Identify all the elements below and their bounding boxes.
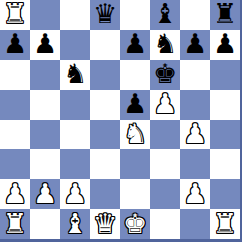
white-knight-piece[interactable]: ♞ (123, 120, 147, 147)
square-d3[interactable] (90, 149, 120, 179)
square-b1[interactable] (30, 209, 60, 239)
black-pawn-piece[interactable]: ♟ (213, 30, 237, 57)
square-e4[interactable]: ♞ (120, 120, 150, 150)
square-e6[interactable] (120, 60, 150, 90)
square-a6[interactable] (0, 60, 30, 90)
square-f2[interactable] (150, 179, 180, 209)
square-d4[interactable] (90, 120, 120, 150)
square-e3[interactable] (120, 149, 150, 179)
white-rook-piece[interactable]: ♜ (3, 210, 27, 237)
square-g2[interactable]: ♟ (180, 179, 210, 209)
black-king-piece[interactable]: ♚ (153, 60, 177, 87)
black-knight-piece[interactable]: ♞ (153, 30, 177, 57)
white-pawn-piece[interactable]: ♟ (153, 90, 177, 117)
square-b2[interactable]: ♟ (30, 179, 60, 209)
white-pawn-piece[interactable]: ♟ (63, 180, 87, 207)
square-c1[interactable]: ♝ (60, 209, 90, 239)
square-g8[interactable] (180, 0, 210, 30)
black-rook-piece[interactable]: ♜ (213, 0, 237, 27)
square-g3[interactable] (180, 149, 210, 179)
white-bishop-piece[interactable]: ♝ (63, 210, 87, 237)
square-h1[interactable]: ♜ (210, 209, 240, 239)
square-a8[interactable]: ♜ (0, 0, 30, 30)
square-f3[interactable] (150, 149, 180, 179)
square-a5[interactable] (0, 90, 30, 120)
square-f5[interactable]: ♟ (150, 90, 180, 120)
square-c6[interactable]: ♞ (60, 60, 90, 90)
square-b8[interactable] (30, 0, 60, 30)
square-g7[interactable]: ♟ (180, 30, 210, 60)
square-g1[interactable] (180, 209, 210, 239)
white-rook-piece[interactable]: ♜ (213, 210, 237, 237)
square-a1[interactable]: ♜ (0, 209, 30, 239)
square-h3[interactable] (210, 149, 240, 179)
white-queen-piece[interactable]: ♛ (93, 210, 117, 237)
square-e1[interactable]: ♚ (120, 209, 150, 239)
square-f7[interactable]: ♞ (150, 30, 180, 60)
black-pawn-piece[interactable]: ♟ (183, 30, 207, 57)
square-f1[interactable] (150, 209, 180, 239)
square-b7[interactable]: ♟ (30, 30, 60, 60)
white-king-piece[interactable]: ♚ (123, 210, 147, 237)
square-b6[interactable] (30, 60, 60, 90)
square-e7[interactable]: ♟ (120, 30, 150, 60)
black-pawn-piece[interactable]: ♟ (3, 30, 27, 57)
black-pawn-piece[interactable]: ♟ (123, 30, 147, 57)
square-b4[interactable] (30, 120, 60, 150)
square-a4[interactable] (0, 120, 30, 150)
white-pawn-piece[interactable]: ♟ (3, 180, 27, 207)
black-pawn-piece[interactable]: ♟ (123, 90, 147, 117)
square-a2[interactable]: ♟ (0, 179, 30, 209)
white-pawn-piece[interactable]: ♟ (183, 180, 207, 207)
square-f6[interactable]: ♚ (150, 60, 180, 90)
chess-board: ♜♛♝♜♟♟♟♞♟♟♞♚♟♟♞♟♟♟♟♟♜♝♛♚♜ (0, 0, 242, 242)
square-h2[interactable] (210, 179, 240, 209)
black-bishop-piece[interactable]: ♝ (153, 0, 177, 27)
square-g4[interactable]: ♟ (180, 120, 210, 150)
square-b5[interactable] (30, 90, 60, 120)
square-a7[interactable]: ♟ (0, 30, 30, 60)
square-c2[interactable]: ♟ (60, 179, 90, 209)
white-pawn-piece[interactable]: ♟ (33, 180, 57, 207)
square-g6[interactable] (180, 60, 210, 90)
square-b3[interactable] (30, 149, 60, 179)
square-f8[interactable]: ♝ (150, 0, 180, 30)
square-e5[interactable]: ♟ (120, 90, 150, 120)
square-h7[interactable]: ♟ (210, 30, 240, 60)
square-c7[interactable] (60, 30, 90, 60)
square-h4[interactable] (210, 120, 240, 150)
square-d5[interactable] (90, 90, 120, 120)
square-d6[interactable] (90, 60, 120, 90)
square-c4[interactable] (60, 120, 90, 150)
square-e8[interactable] (120, 0, 150, 30)
square-d2[interactable] (90, 179, 120, 209)
square-d8[interactable]: ♛ (90, 0, 120, 30)
square-a3[interactable] (0, 149, 30, 179)
white-pawn-piece[interactable]: ♟ (183, 120, 207, 147)
black-queen-piece[interactable]: ♛ (93, 0, 117, 27)
square-d1[interactable]: ♛ (90, 209, 120, 239)
black-knight-piece[interactable]: ♞ (63, 60, 87, 87)
white-rook-piece[interactable]: ♜ (3, 0, 27, 27)
square-c8[interactable] (60, 0, 90, 30)
black-pawn-piece[interactable]: ♟ (33, 30, 57, 57)
square-c3[interactable] (60, 149, 90, 179)
square-h6[interactable] (210, 60, 240, 90)
square-g5[interactable] (180, 90, 210, 120)
square-f4[interactable] (150, 120, 180, 150)
square-c5[interactable] (60, 90, 90, 120)
square-d7[interactable] (90, 30, 120, 60)
square-h5[interactable] (210, 90, 240, 120)
square-h8[interactable]: ♜ (210, 0, 240, 30)
square-e2[interactable] (120, 179, 150, 209)
